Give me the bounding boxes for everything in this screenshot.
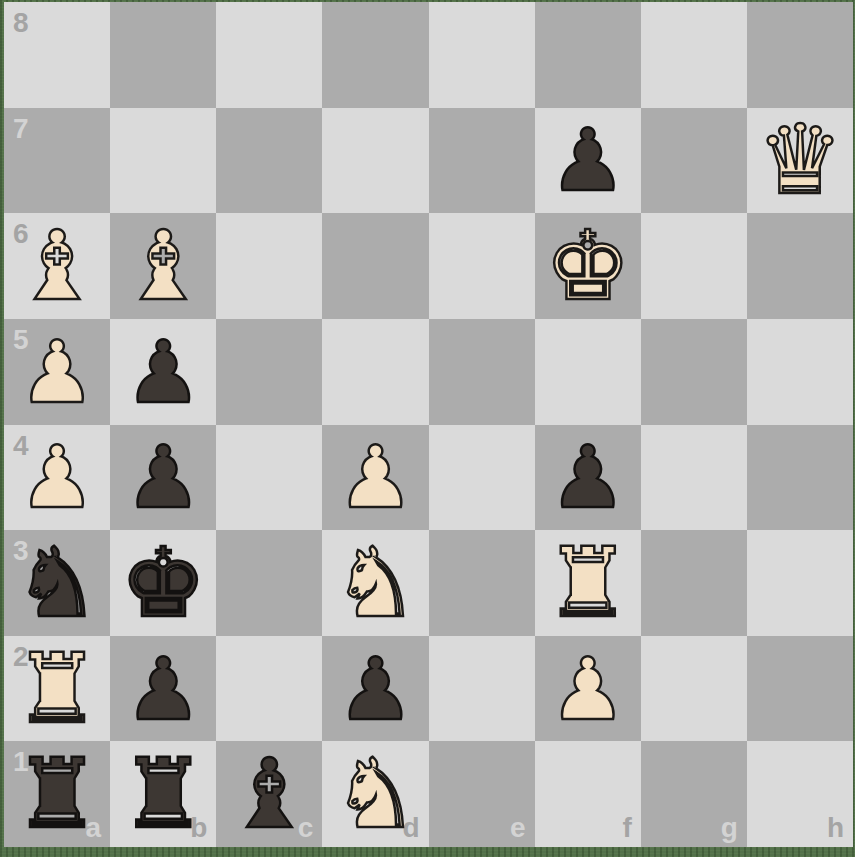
square-c7[interactable] [216, 108, 322, 214]
square-a6[interactable]: 6♝ [4, 213, 110, 319]
square-h3[interactable] [747, 530, 853, 636]
square-f7[interactable]: ♟ [535, 108, 641, 214]
black-pawn-b4[interactable]: ♟ [125, 434, 202, 520]
file-label-g: g [721, 812, 738, 844]
white-rook-f3[interactable]: ♜ [545, 535, 631, 631]
black-pawn-f4[interactable]: ♟ [549, 434, 626, 520]
black-pawn-b2[interactable]: ♟ [125, 646, 202, 732]
square-e3[interactable] [429, 530, 535, 636]
white-bishop-b6[interactable]: ♝ [120, 218, 206, 314]
square-g4[interactable] [641, 425, 747, 531]
black-pawn-d2[interactable]: ♟ [337, 646, 414, 732]
white-pawn-a5[interactable]: ♟ [19, 329, 96, 415]
square-e7[interactable] [429, 108, 535, 214]
black-bishop-c1[interactable]: ♝ [226, 746, 312, 842]
square-h4[interactable] [747, 425, 853, 531]
white-king-f6[interactable]: ♚ [545, 218, 631, 314]
square-c1[interactable]: c♝ [216, 741, 322, 847]
square-b6[interactable]: ♝ [110, 213, 216, 319]
file-label-h: h [827, 812, 844, 844]
black-rook-b1[interactable]: ♜ [120, 746, 206, 842]
square-c4[interactable] [216, 425, 322, 531]
square-b8[interactable] [110, 2, 216, 108]
white-knight-d3[interactable]: ♞ [332, 535, 418, 631]
file-label-f: f [622, 812, 631, 844]
square-b7[interactable] [110, 108, 216, 214]
black-rook-a1[interactable]: ♜ [14, 746, 100, 842]
square-e8[interactable] [429, 2, 535, 108]
square-f6[interactable]: ♚ [535, 213, 641, 319]
square-a5[interactable]: 5♟ [4, 319, 110, 425]
square-d2[interactable]: ♟ [322, 636, 428, 742]
square-h6[interactable] [747, 213, 853, 319]
square-g6[interactable] [641, 213, 747, 319]
square-h5[interactable] [747, 319, 853, 425]
rank-label-7: 7 [13, 113, 29, 145]
square-b2[interactable]: ♟ [110, 636, 216, 742]
square-d8[interactable] [322, 2, 428, 108]
white-pawn-f2[interactable]: ♟ [549, 646, 626, 732]
square-d5[interactable] [322, 319, 428, 425]
square-f8[interactable] [535, 2, 641, 108]
square-f1[interactable]: f [535, 741, 641, 847]
square-g8[interactable] [641, 2, 747, 108]
square-b3[interactable]: ♚ [110, 530, 216, 636]
square-g7[interactable] [641, 108, 747, 214]
square-h1[interactable]: h [747, 741, 853, 847]
square-h7[interactable]: ♛ [747, 108, 853, 214]
square-c8[interactable] [216, 2, 322, 108]
white-bishop-a6[interactable]: ♝ [14, 218, 100, 314]
square-e4[interactable] [429, 425, 535, 531]
chess-board: 87♟♛6♝♝♚5♟♟4♟♟♟♟3♞♚♞♜2♜♟♟♟1a♜b♜c♝d♞efgh [4, 2, 853, 847]
square-e6[interactable] [429, 213, 535, 319]
white-pawn-a4[interactable]: ♟ [19, 434, 96, 520]
square-f5[interactable] [535, 319, 641, 425]
square-b4[interactable]: ♟ [110, 425, 216, 531]
square-g5[interactable] [641, 319, 747, 425]
square-d7[interactable] [322, 108, 428, 214]
square-c5[interactable] [216, 319, 322, 425]
square-a7[interactable]: 7 [4, 108, 110, 214]
square-a8[interactable]: 8 [4, 2, 110, 108]
square-b1[interactable]: b♜ [110, 741, 216, 847]
square-g2[interactable] [641, 636, 747, 742]
black-pawn-f7[interactable]: ♟ [549, 117, 626, 203]
square-d1[interactable]: d♞ [322, 741, 428, 847]
square-a2[interactable]: 2♜ [4, 636, 110, 742]
square-d3[interactable]: ♞ [322, 530, 428, 636]
white-knight-d1[interactable]: ♞ [332, 746, 418, 842]
square-h2[interactable] [747, 636, 853, 742]
white-rook-a2[interactable]: ♜ [14, 641, 100, 737]
square-d6[interactable] [322, 213, 428, 319]
rank-label-8: 8 [13, 7, 29, 39]
square-c2[interactable] [216, 636, 322, 742]
square-c3[interactable] [216, 530, 322, 636]
board-background: 87♟♛6♝♝♚5♟♟4♟♟♟♟3♞♚♞♜2♜♟♟♟1a♜b♜c♝d♞efgh [0, 0, 855, 857]
black-king-b3[interactable]: ♚ [120, 535, 206, 631]
white-queen-h7[interactable]: ♛ [757, 112, 843, 208]
file-label-e: e [510, 812, 526, 844]
square-e2[interactable] [429, 636, 535, 742]
square-a4[interactable]: 4♟ [4, 425, 110, 531]
black-knight-a3[interactable]: ♞ [14, 535, 100, 631]
white-pawn-d4[interactable]: ♟ [337, 434, 414, 520]
square-c6[interactable] [216, 213, 322, 319]
square-a3[interactable]: 3♞ [4, 530, 110, 636]
square-e1[interactable]: e [429, 741, 535, 847]
square-g3[interactable] [641, 530, 747, 636]
square-e5[interactable] [429, 319, 535, 425]
square-g1[interactable]: g [641, 741, 747, 847]
square-f4[interactable]: ♟ [535, 425, 641, 531]
square-h8[interactable] [747, 2, 853, 108]
square-d4[interactable]: ♟ [322, 425, 428, 531]
square-f3[interactable]: ♜ [535, 530, 641, 636]
square-b5[interactable]: ♟ [110, 319, 216, 425]
square-a1[interactable]: 1a♜ [4, 741, 110, 847]
black-pawn-b5[interactable]: ♟ [125, 329, 202, 415]
square-f2[interactable]: ♟ [535, 636, 641, 742]
